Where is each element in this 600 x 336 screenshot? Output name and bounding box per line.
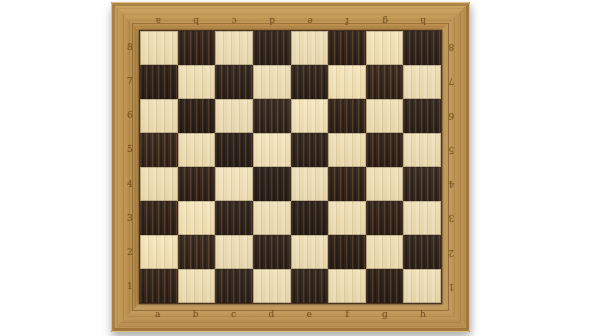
square-h3[interactable] (403, 201, 441, 235)
square-e4[interactable] (291, 167, 329, 201)
square-h7[interactable] (403, 65, 441, 99)
square-c6[interactable] (215, 99, 253, 133)
square-d4[interactable] (253, 167, 291, 201)
square-b7[interactable] (178, 65, 216, 99)
square-b4[interactable] (178, 167, 216, 201)
square-b5[interactable] (178, 133, 216, 167)
square-a6[interactable] (140, 99, 178, 133)
square-f3[interactable] (328, 201, 366, 235)
chess-board: abcdefgh abcdefgh 87654321 87654321 (111, 2, 470, 332)
square-h5[interactable] (403, 133, 441, 167)
square-c5[interactable] (215, 133, 253, 167)
square-e5[interactable] (291, 133, 329, 167)
square-h2[interactable] (403, 235, 441, 269)
square-g6[interactable] (366, 99, 404, 133)
board-squares (139, 30, 442, 304)
square-f5[interactable] (328, 133, 366, 167)
square-f2[interactable] (328, 235, 366, 269)
square-f6[interactable] (328, 99, 366, 133)
square-c1[interactable] (215, 269, 253, 303)
board-frame-left (111, 2, 139, 332)
square-a8[interactable] (140, 31, 178, 65)
square-g1[interactable] (366, 269, 404, 303)
square-e2[interactable] (291, 235, 329, 269)
square-a1[interactable] (140, 269, 178, 303)
square-b2[interactable] (178, 235, 216, 269)
square-a5[interactable] (140, 133, 178, 167)
square-f1[interactable] (328, 269, 366, 303)
square-g4[interactable] (366, 167, 404, 201)
square-h6[interactable] (403, 99, 441, 133)
square-f7[interactable] (328, 65, 366, 99)
board-frame-bottom (111, 304, 470, 332)
square-d1[interactable] (253, 269, 291, 303)
square-d2[interactable] (253, 235, 291, 269)
square-d8[interactable] (253, 31, 291, 65)
square-g7[interactable] (366, 65, 404, 99)
square-e3[interactable] (291, 201, 329, 235)
board-frame-right (442, 2, 470, 332)
square-d6[interactable] (253, 99, 291, 133)
square-g5[interactable] (366, 133, 404, 167)
square-c7[interactable] (215, 65, 253, 99)
square-h4[interactable] (403, 167, 441, 201)
square-g3[interactable] (366, 201, 404, 235)
square-c2[interactable] (215, 235, 253, 269)
square-d3[interactable] (253, 201, 291, 235)
square-a7[interactable] (140, 65, 178, 99)
square-b6[interactable] (178, 99, 216, 133)
square-e6[interactable] (291, 99, 329, 133)
square-a2[interactable] (140, 235, 178, 269)
square-d7[interactable] (253, 65, 291, 99)
square-e1[interactable] (291, 269, 329, 303)
square-c8[interactable] (215, 31, 253, 65)
square-f8[interactable] (328, 31, 366, 65)
square-b3[interactable] (178, 201, 216, 235)
square-g8[interactable] (366, 31, 404, 65)
square-b8[interactable] (178, 31, 216, 65)
square-h1[interactable] (403, 269, 441, 303)
square-e7[interactable] (291, 65, 329, 99)
square-e8[interactable] (291, 31, 329, 65)
square-c4[interactable] (215, 167, 253, 201)
square-f4[interactable] (328, 167, 366, 201)
square-g2[interactable] (366, 235, 404, 269)
square-c3[interactable] (215, 201, 253, 235)
square-b1[interactable] (178, 269, 216, 303)
square-d5[interactable] (253, 133, 291, 167)
square-h8[interactable] (403, 31, 441, 65)
photo-background: abcdefgh abcdefgh 87654321 87654321 (0, 0, 600, 336)
square-a4[interactable] (140, 167, 178, 201)
board-frame-top (111, 2, 470, 30)
square-a3[interactable] (140, 201, 178, 235)
